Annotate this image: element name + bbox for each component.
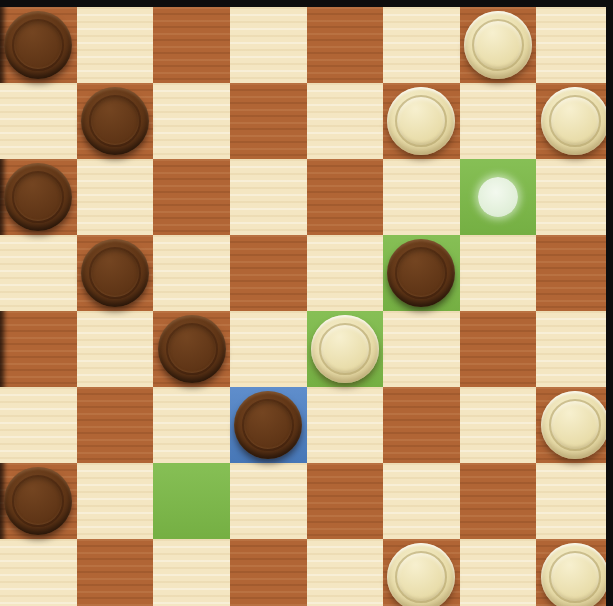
square-r7-c2[interactable]	[77, 463, 154, 539]
square-r3-c8[interactable]	[536, 159, 613, 235]
square-r6-c6[interactable]	[383, 387, 460, 463]
square-r2-c6[interactable]	[383, 83, 460, 159]
right-black-bar	[606, 0, 613, 606]
square-r7-c3[interactable]	[153, 463, 230, 539]
light-piece[interactable]	[541, 391, 609, 459]
square-r1-c3[interactable]	[153, 7, 230, 83]
square-r5-c7[interactable]	[460, 311, 537, 387]
square-r1-c8[interactable]	[536, 7, 613, 83]
square-r3-c1[interactable]	[0, 159, 77, 235]
square-r1-c2[interactable]	[77, 7, 154, 83]
square-r5-c1[interactable]	[0, 311, 77, 387]
square-r7-c7[interactable]	[460, 463, 537, 539]
square-r1-c6[interactable]	[383, 7, 460, 83]
square-r4-c5[interactable]	[307, 235, 384, 311]
square-r5-c4[interactable]	[230, 311, 307, 387]
square-r5-c5[interactable]	[307, 311, 384, 387]
square-r8-c7[interactable]	[460, 539, 537, 606]
square-r2-c7[interactable]	[460, 83, 537, 159]
square-r1-c7[interactable]	[460, 7, 537, 83]
square-r3-c5[interactable]	[307, 159, 384, 235]
dark-piece[interactable]	[4, 163, 72, 231]
light-piece[interactable]	[541, 543, 609, 606]
square-r8-c5[interactable]	[307, 539, 384, 606]
square-r4-c4[interactable]	[230, 235, 307, 311]
square-r2-c1[interactable]	[0, 83, 77, 159]
light-piece[interactable]	[311, 315, 379, 383]
square-r3-c7[interactable]	[460, 159, 537, 235]
dark-piece[interactable]	[81, 87, 149, 155]
square-r4-c3[interactable]	[153, 235, 230, 311]
square-r3-c6[interactable]	[383, 159, 460, 235]
square-r6-c8[interactable]	[536, 387, 613, 463]
square-r5-c6[interactable]	[383, 311, 460, 387]
square-r8-c3[interactable]	[153, 539, 230, 606]
dark-piece[interactable]	[4, 11, 72, 79]
square-r5-c8[interactable]	[536, 311, 613, 387]
square-r5-c3[interactable]	[153, 311, 230, 387]
square-r2-c8[interactable]	[536, 83, 613, 159]
app-window	[0, 0, 613, 606]
square-r6-c5[interactable]	[307, 387, 384, 463]
square-r8-c1[interactable]	[0, 539, 77, 606]
square-r7-c5[interactable]	[307, 463, 384, 539]
square-r4-c8[interactable]	[536, 235, 613, 311]
dark-piece[interactable]	[234, 391, 302, 459]
square-r3-c2[interactable]	[77, 159, 154, 235]
square-r7-c8[interactable]	[536, 463, 613, 539]
square-r6-c4[interactable]	[230, 387, 307, 463]
square-r7-c4[interactable]	[230, 463, 307, 539]
square-r1-c5[interactable]	[307, 7, 384, 83]
square-r2-c3[interactable]	[153, 83, 230, 159]
light-piece[interactable]	[387, 87, 455, 155]
square-r4-c7[interactable]	[460, 235, 537, 311]
square-r6-c3[interactable]	[153, 387, 230, 463]
dark-piece[interactable]	[4, 467, 72, 535]
square-r2-c4[interactable]	[230, 83, 307, 159]
square-r2-c2[interactable]	[77, 83, 154, 159]
light-piece[interactable]	[464, 11, 532, 79]
square-r2-c5[interactable]	[307, 83, 384, 159]
square-r6-c7[interactable]	[460, 387, 537, 463]
dark-piece[interactable]	[81, 239, 149, 307]
square-r8-c4[interactable]	[230, 539, 307, 606]
square-r4-c1[interactable]	[0, 235, 77, 311]
square-r7-c1[interactable]	[0, 463, 77, 539]
square-r8-c8[interactable]	[536, 539, 613, 606]
square-r3-c4[interactable]	[230, 159, 307, 235]
square-r1-c1[interactable]	[0, 7, 77, 83]
dark-piece[interactable]	[158, 315, 226, 383]
top-black-bar	[0, 0, 613, 7]
square-r6-c2[interactable]	[77, 387, 154, 463]
ghost-piece-move-hint[interactable]	[478, 177, 518, 217]
square-r4-c2[interactable]	[77, 235, 154, 311]
square-r7-c6[interactable]	[383, 463, 460, 539]
square-r8-c6[interactable]	[383, 539, 460, 606]
checkers-board	[0, 7, 613, 606]
light-piece[interactable]	[387, 543, 455, 606]
square-r5-c2[interactable]	[77, 311, 154, 387]
square-r3-c3[interactable]	[153, 159, 230, 235]
square-r4-c6[interactable]	[383, 235, 460, 311]
square-r6-c1[interactable]	[0, 387, 77, 463]
square-r1-c4[interactable]	[230, 7, 307, 83]
dark-piece[interactable]	[387, 239, 455, 307]
square-r8-c2[interactable]	[77, 539, 154, 606]
light-piece[interactable]	[541, 87, 609, 155]
